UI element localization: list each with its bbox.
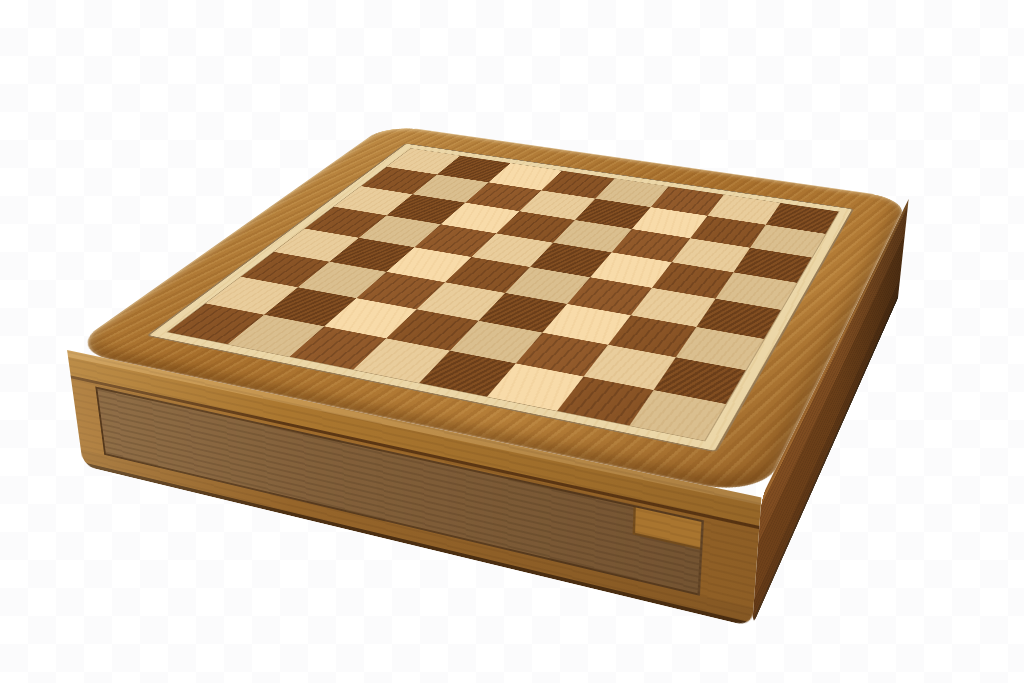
square-h4 bbox=[696, 299, 781, 339]
square-b2 bbox=[264, 287, 356, 326]
square-h3 bbox=[676, 327, 764, 370]
square-d2 bbox=[386, 309, 478, 350]
drawer-notch bbox=[633, 507, 702, 550]
square-f2 bbox=[516, 333, 608, 377]
square-b1 bbox=[228, 315, 324, 357]
square-d1 bbox=[353, 338, 450, 383]
wooden-chess-box bbox=[67, 125, 909, 498]
square-g2 bbox=[584, 345, 676, 390]
square-d3 bbox=[417, 282, 506, 321]
square-g5 bbox=[652, 262, 733, 298]
square-h5 bbox=[716, 272, 797, 310]
square-f4 bbox=[567, 277, 652, 315]
square-g3 bbox=[608, 315, 696, 357]
square-g1 bbox=[557, 377, 653, 426]
square-e2 bbox=[450, 321, 542, 364]
square-f1 bbox=[487, 363, 584, 410]
square-e4 bbox=[505, 267, 590, 304]
square-c3 bbox=[356, 272, 445, 309]
square-h1 bbox=[630, 390, 726, 441]
square-c1 bbox=[290, 326, 387, 369]
square-g4 bbox=[631, 288, 716, 327]
square-c2 bbox=[324, 298, 416, 338]
square-e1 bbox=[419, 351, 516, 397]
square-a2 bbox=[206, 277, 298, 315]
square-e3 bbox=[479, 293, 568, 333]
transparency-checkerboard-background bbox=[0, 0, 1024, 683]
square-b3 bbox=[298, 262, 387, 298]
square-f3 bbox=[542, 304, 630, 345]
square-a1 bbox=[168, 303, 264, 344]
square-h2 bbox=[654, 357, 746, 404]
